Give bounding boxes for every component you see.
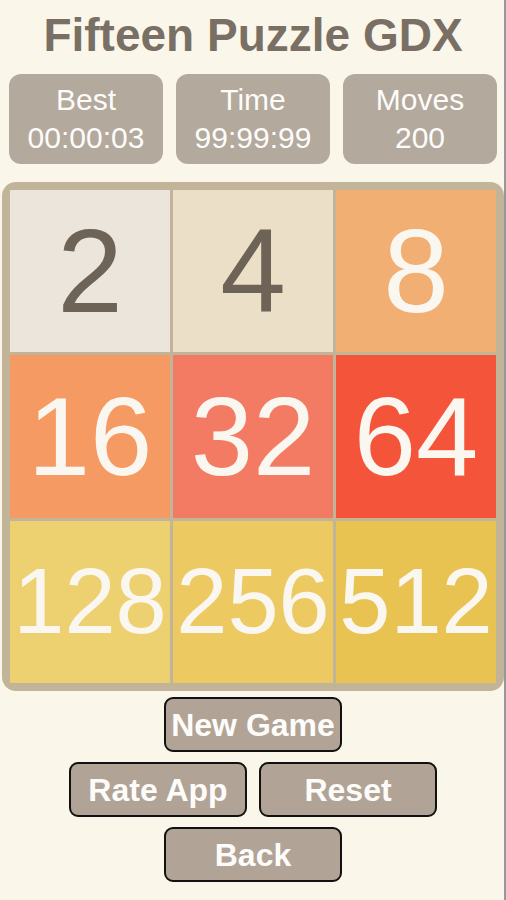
menu: New Game Rate App Reset Back [0,697,506,882]
back-button[interactable]: Back [164,827,342,882]
stat-time: Time 99:99:99 [176,74,330,164]
tile-32: 32 [173,355,333,517]
tile-16: 16 [10,355,170,517]
tile-256: 256 [173,521,333,683]
reset-button[interactable]: Reset [259,762,437,817]
stat-best-label: Best [56,81,116,119]
tile-512: 512 [336,521,496,683]
game-board[interactable]: 2 4 8 16 32 64 128 256 512 [2,182,504,691]
stat-moves: Moves 200 [343,74,497,164]
stat-time-value: 99:99:99 [195,119,312,157]
tile-128: 128 [10,521,170,683]
rate-app-button[interactable]: Rate App [69,762,247,817]
stat-best: Best 00:00:03 [9,74,163,164]
stat-moves-value: 200 [395,119,445,157]
menu-row: Rate App Reset [0,762,506,817]
stat-moves-label: Moves [376,81,464,119]
tile-4: 4 [173,190,333,352]
new-game-button[interactable]: New Game [164,697,342,752]
app-title: Fifteen Puzzle GDX [0,4,506,66]
stat-time-label: Time [220,81,286,119]
tile-8: 8 [336,190,496,352]
tile-64: 64 [336,355,496,517]
stats-bar: Best 00:00:03 Time 99:99:99 Moves 200 [9,74,497,164]
tile-2: 2 [10,190,170,352]
stat-best-value: 00:00:03 [28,119,145,157]
